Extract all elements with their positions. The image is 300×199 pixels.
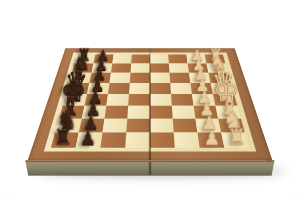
square-d4[interactable] [150, 83, 171, 94]
square-a5[interactable] [131, 55, 150, 64]
square-e4[interactable] [150, 94, 172, 106]
square-b5[interactable] [130, 63, 150, 72]
square-b4[interactable] [150, 63, 170, 72]
square-g4[interactable] [150, 119, 174, 133]
box-front-side [25, 160, 274, 175]
board-3d: ♜♟♟♜♞♟♟♞♝♟♟♝♛♟♟♛♚♟♟♚♝♟♟♝♞♟♟♞♜♟♟♜ [28, 48, 273, 160]
square-f4[interactable] [150, 106, 173, 119]
chess-set-photo: ♜♟♟♜♞♟♟♞♝♟♟♝♛♟♟♛♚♟♟♚♝♟♟♝♞♟♟♞♜♟♟♜ [0, 0, 300, 199]
square-c4[interactable] [150, 73, 170, 83]
white-rook-h1[interactable]: ♜ [210, 126, 263, 147]
board-frame: ♜♟♟♜♞♟♟♞♝♟♟♝♛♟♟♛♚♟♟♚♝♟♟♝♞♟♟♞♜♟♟♜ [28, 48, 273, 160]
scene: ♜♟♟♜♞♟♟♞♝♟♟♝♛♟♟♛♚♟♟♚♝♟♟♝♞♟♟♞♜♟♟♜ [0, 0, 300, 199]
square-d5[interactable] [129, 83, 150, 94]
square-e5[interactable] [128, 94, 150, 106]
fold-seam-front [149, 162, 151, 175]
black-pawn-h7[interactable]: ♟ [61, 129, 114, 148]
square-g5[interactable] [126, 119, 150, 133]
square-c5[interactable] [130, 73, 150, 83]
square-h7[interactable]: ♟ [76, 133, 103, 148]
square-h4[interactable] [150, 133, 175, 148]
square-a4[interactable] [150, 55, 169, 64]
square-h1[interactable]: ♜ [221, 133, 249, 148]
square-f5[interactable] [127, 106, 150, 119]
square-h5[interactable] [125, 133, 150, 148]
